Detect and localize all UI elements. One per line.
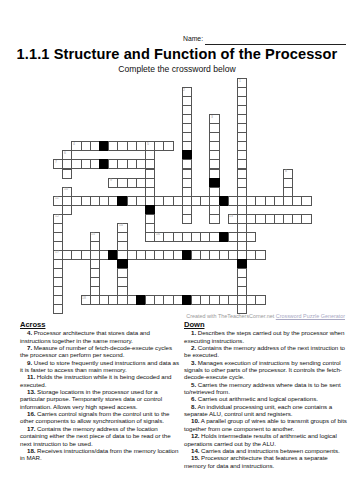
- crossword-cell[interactable]: [255, 250, 265, 260]
- crossword-cell[interactable]: [62, 169, 72, 179]
- clue-number: 9: [110, 178, 112, 181]
- down-clues: Down 1. Describes the steps carried out …: [184, 321, 347, 469]
- clue-down-1: 1. Describes the steps carried out by th…: [184, 329, 347, 344]
- credit-line: Created with TheTeachersCorner.net Cross…: [186, 313, 345, 319]
- clue-number-label: 5.: [191, 381, 196, 388]
- clue-number: 13: [229, 214, 233, 217]
- clue-down-2: 2. Contains the memory address of the ne…: [184, 344, 347, 359]
- crossword-cell[interactable]: [255, 295, 265, 305]
- clue-down-3: 3. Manages execution of instructions by …: [184, 359, 347, 381]
- crossword-cell[interactable]: [301, 214, 311, 224]
- clue-across-18: 18. Receives instructions/data from the …: [20, 447, 181, 462]
- crossword-cell[interactable]: [209, 214, 219, 224]
- clue-number-label: 4.: [27, 329, 32, 336]
- crossword-grid: 123456789101112131415161718: [53, 78, 313, 314]
- clue-down-10: 10. A parallel group of wires able to tr…: [184, 417, 347, 432]
- clue-across-11: 11. Holds the instruction while it is be…: [20, 373, 181, 388]
- clue-number: 6: [64, 151, 66, 154]
- crossword-cell[interactable]: [62, 205, 72, 215]
- clue-number-label: 14.: [191, 447, 199, 454]
- crossword-cell[interactable]: [163, 141, 173, 151]
- worksheet-page: Name: 1.1.1 Structure and Function of th…: [0, 0, 354, 500]
- clue-number: 11: [55, 196, 59, 199]
- crossword-cell[interactable]: [182, 214, 192, 224]
- clue-across-16: 16. Carries control signals from the con…: [20, 410, 181, 425]
- clue-number-label: 1.: [191, 329, 196, 336]
- down-heading: Down: [184, 321, 347, 328]
- credit-text: Created with TheTeachersCorner.net: [186, 313, 276, 319]
- crossword-cell[interactable]: [301, 196, 311, 206]
- clue-number-label: 17.: [27, 425, 35, 432]
- page-title: 1.1.1 Structure and Function of the Proc…: [0, 46, 354, 62]
- clue-down-14: 14. Carries data and instructions betwee…: [184, 447, 347, 454]
- clue-number: 12: [55, 214, 59, 217]
- clue-number: 10: [64, 187, 68, 190]
- across-heading: Across: [20, 321, 181, 328]
- name-input-line[interactable]: [205, 36, 346, 45]
- clue-number: 1: [239, 79, 241, 82]
- clue-number-label: 9.: [27, 359, 32, 366]
- credit-link[interactable]: Crossword Puzzle Generator: [276, 313, 345, 319]
- across-clues: Across 4. Processor architecture that st…: [20, 321, 181, 462]
- clue-number-label: 15.: [191, 454, 199, 461]
- clue-number-label: 11.: [27, 373, 35, 380]
- name-row: Name:: [183, 35, 346, 42]
- clue-across-13: 13. Storage locations in the processor u…: [20, 388, 181, 410]
- clue-down-12: 12. Holds intermediate results of arithm…: [184, 432, 347, 447]
- clue-down-8: 8. An individual processing unit, each o…: [184, 403, 347, 418]
- crossword-cell[interactable]: [53, 304, 63, 314]
- clue-number: 7: [55, 160, 57, 163]
- clue-number-label: 10.: [191, 417, 199, 424]
- clue-number: 8: [285, 169, 287, 172]
- clue-number-label: 7.: [27, 344, 32, 351]
- clue-number: 5: [147, 142, 149, 145]
- clue-across-4: 4. Processor architecture that stores da…: [20, 329, 181, 344]
- crossword-cell[interactable]: [246, 232, 256, 242]
- clue-number-label: 13.: [27, 388, 35, 395]
- clue-number: 4: [73, 142, 75, 145]
- clue-down-5: 5. Carries the memory address where data…: [184, 381, 347, 396]
- clue-number-label: 8.: [191, 403, 196, 410]
- clue-number-label: 3.: [191, 359, 196, 366]
- name-label: Name:: [183, 35, 203, 42]
- clue-number: 14: [119, 223, 123, 226]
- clue-number: 16: [156, 232, 160, 235]
- clue-number-label: 2.: [191, 344, 196, 351]
- clue-across-17: 17. Contains the memory address of the l…: [20, 425, 181, 447]
- down-clue-list: 1. Describes the steps carried out by th…: [184, 329, 347, 469]
- clue-number: 15: [91, 232, 95, 235]
- clue-number: 17: [55, 250, 59, 253]
- clue-number: 18: [82, 296, 86, 299]
- clue-down-6: 6. Carries out arithmetic and logical op…: [184, 395, 347, 402]
- clue-number-label: 18.: [27, 447, 35, 454]
- clue-across-9: 9. Used to store frequently used instruc…: [20, 359, 181, 374]
- clue-across-7: 7. Measure of number of fetch-decode-exe…: [20, 344, 181, 359]
- clue-number-label: 6.: [191, 395, 196, 402]
- clue-down-15: 15. Processor architecture that features…: [184, 454, 347, 469]
- clue-number: 2: [183, 88, 185, 91]
- clue-number: 3: [211, 115, 213, 118]
- clue-number-label: 16.: [27, 410, 35, 417]
- clue-number-label: 12.: [191, 432, 199, 439]
- across-clue-list: 4. Processor architecture that stores da…: [20, 329, 181, 461]
- page-subtitle: Complete the crossword below: [0, 64, 354, 74]
